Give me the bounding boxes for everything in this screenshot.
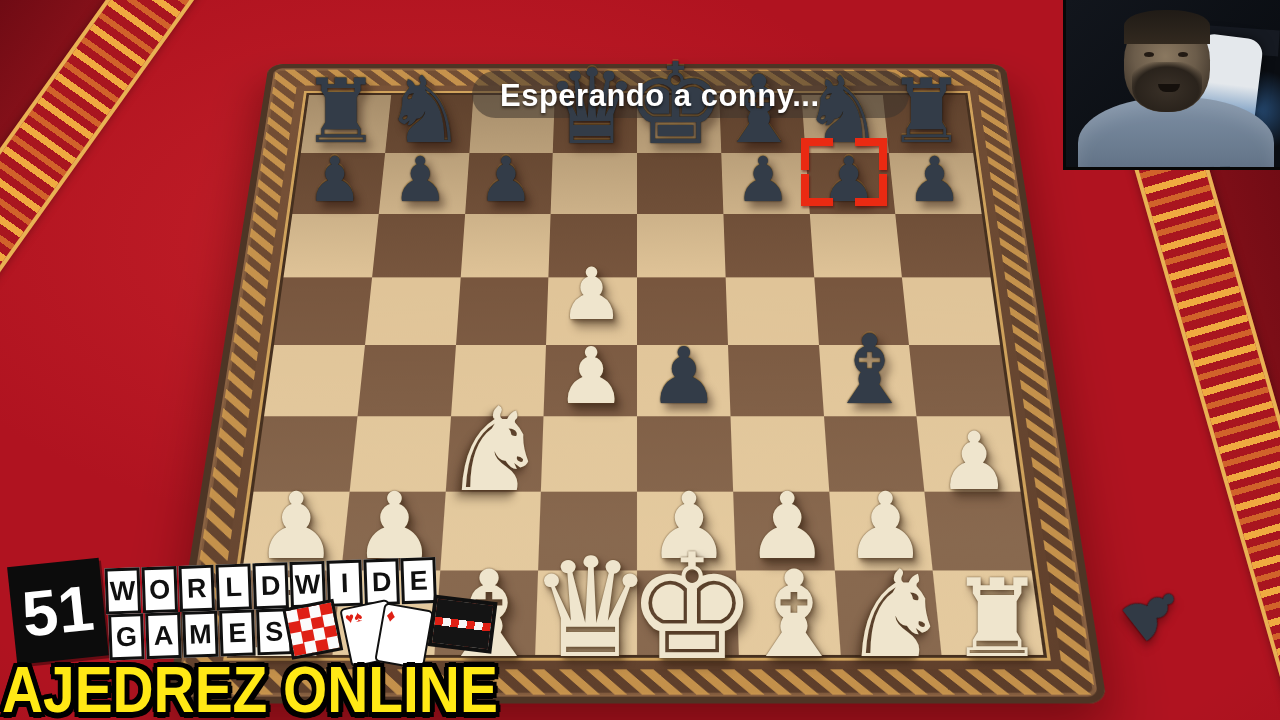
cursor-corner: [855, 174, 887, 206]
opponent-cursor-g7: [801, 138, 887, 206]
piece-white-knight-c3[interactable]: ♞: [443, 392, 547, 508]
logo-tile-D: D: [252, 562, 289, 609]
logo-tile-D: D: [363, 558, 400, 605]
piece-black-pawn-e4[interactable]: ♟: [649, 337, 719, 415]
piece-white-pawn-d4[interactable]: ♟: [556, 337, 626, 415]
piece-black-pawn-f7[interactable]: ♟: [735, 149, 791, 211]
piece-black-pawn-b7[interactable]: ♟: [393, 149, 449, 211]
logo-tile-M: M: [182, 611, 219, 658]
shirt-logo: [1124, 166, 1234, 170]
piece-white-pawn-h3[interactable]: ♟: [938, 422, 1010, 502]
piece-white-bishop-f1[interactable]: ♝: [740, 555, 848, 675]
streamer-eye: [1178, 52, 1188, 57]
piece-white-king-e1[interactable]: ♚: [627, 534, 758, 680]
card-pips: ♥♠: [344, 607, 364, 627]
streamer-eye: [1144, 52, 1154, 57]
logo-tile-E: E: [219, 609, 256, 656]
webcam-overlay: [1063, 0, 1280, 170]
piece-white-rook-h1[interactable]: ♜: [949, 565, 1046, 673]
piece-white-pawn-d5[interactable]: ♟: [559, 258, 624, 330]
piece-black-pawn-h7[interactable]: ♟: [907, 149, 963, 211]
piece-white-knight-g1[interactable]: ♞: [842, 555, 950, 675]
piece-black-bishop-g4[interactable]: ♝: [827, 322, 913, 418]
logo-tile-O: O: [141, 566, 178, 613]
piece-black-pawn-a7[interactable]: ♟: [307, 149, 363, 211]
cursor-corner: [801, 174, 833, 206]
logo-tile-W: W: [104, 567, 141, 614]
logo-tile-L: L: [215, 563, 252, 610]
cursor-corner: [855, 138, 887, 170]
cursor-corner: [801, 138, 833, 170]
checkerboard-icon: [282, 599, 343, 660]
logo-tile-E: E: [400, 557, 437, 604]
logo-51-badge: 51: [7, 558, 109, 665]
video-caption: AJEDREZ ONLINE: [2, 652, 498, 720]
streamer-hair: [1124, 10, 1210, 44]
screen: ♜♞♛♚♝♞♜♟♟♟♟♟♟♟♝♟♟♞♟♟♟♟♟♟♜♝♛♚♝♞♜ ♟ Espera…: [0, 0, 1280, 720]
piece-black-pawn-c7[interactable]: ♟: [478, 149, 534, 211]
logo-tile-R: R: [178, 565, 215, 612]
card-pip: ♦: [385, 605, 398, 626]
status-text: Esperando a conny...: [500, 71, 820, 118]
backgammon-icon: [428, 594, 498, 653]
